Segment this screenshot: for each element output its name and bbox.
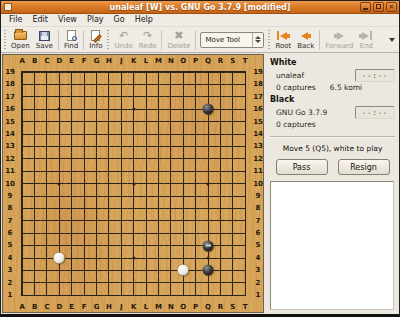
board-point-A19[interactable] [16, 66, 28, 78]
board-point-B4[interactable] [28, 252, 40, 264]
board-point-B9[interactable] [28, 190, 40, 202]
board-point-F17[interactable] [78, 91, 90, 103]
board-point-Q13[interactable] [202, 140, 214, 152]
board-point-C9[interactable] [41, 190, 53, 202]
board-point-S10[interactable] [227, 178, 239, 190]
board-point-C14[interactable] [41, 128, 53, 140]
board-point-B13[interactable] [28, 140, 40, 152]
board-point-P14[interactable] [189, 128, 201, 140]
board-point-K4[interactable] [128, 252, 140, 264]
board-point-E17[interactable] [66, 91, 78, 103]
board-point-C2[interactable] [41, 277, 53, 289]
board-point-D9[interactable] [53, 190, 65, 202]
board-point-M8[interactable] [152, 202, 164, 214]
board-point-H18[interactable] [103, 78, 115, 90]
board-point-Q2[interactable] [202, 277, 214, 289]
board-point-N6[interactable] [165, 227, 177, 239]
board-point-O17[interactable] [177, 91, 189, 103]
board-point-F10[interactable] [78, 178, 90, 190]
board-point-G11[interactable] [90, 165, 102, 177]
board-point-L19[interactable] [140, 66, 152, 78]
board-point-L16[interactable] [140, 103, 152, 115]
board-point-M6[interactable] [152, 227, 164, 239]
board-point-K14[interactable] [128, 128, 140, 140]
board-point-D10[interactable] [53, 178, 65, 190]
board-point-C16[interactable] [41, 103, 53, 115]
board-point-J17[interactable] [115, 91, 127, 103]
board-point-H16[interactable] [103, 103, 115, 115]
board-point-B1[interactable] [28, 289, 40, 301]
board-point-A5[interactable] [16, 239, 28, 251]
board-point-L5[interactable] [140, 239, 152, 251]
board-point-C4[interactable] [41, 252, 53, 264]
board-point-R6[interactable] [214, 227, 226, 239]
board-point-D3[interactable] [53, 264, 65, 276]
resign-button[interactable]: Resign [338, 159, 390, 175]
board-point-S13[interactable] [227, 140, 239, 152]
board-point-T1[interactable] [239, 289, 251, 301]
board-point-T17[interactable] [239, 91, 251, 103]
board-point-K3[interactable] [128, 264, 140, 276]
board-point-Q5[interactable] [202, 239, 214, 251]
board-point-A3[interactable] [16, 264, 28, 276]
board-point-Q4[interactable] [202, 252, 214, 264]
board-point-O7[interactable] [177, 215, 189, 227]
toolbar-drag-handle[interactable] [267, 30, 271, 50]
board-point-K5[interactable] [128, 239, 140, 251]
board-point-Q12[interactable] [202, 153, 214, 165]
board-point-J16[interactable] [115, 103, 127, 115]
board-point-P16[interactable] [189, 103, 201, 115]
board-point-C18[interactable] [41, 78, 53, 90]
board-point-G17[interactable] [90, 91, 102, 103]
board-point-O16[interactable] [177, 103, 189, 115]
save-button[interactable]: Save [33, 29, 56, 51]
board-point-T2[interactable] [239, 277, 251, 289]
board-point-A17[interactable] [16, 91, 28, 103]
board-point-F14[interactable] [78, 128, 90, 140]
board-point-Q17[interactable] [202, 91, 214, 103]
board-point-B3[interactable] [28, 264, 40, 276]
board-point-J8[interactable] [115, 202, 127, 214]
board-point-M5[interactable] [152, 239, 164, 251]
board-point-A9[interactable] [16, 190, 28, 202]
board-point-T15[interactable] [239, 116, 251, 128]
board-point-B5[interactable] [28, 239, 40, 251]
board-point-E15[interactable] [66, 116, 78, 128]
toolbar-overflow-icon[interactable] [389, 38, 395, 45]
board-point-O13[interactable] [177, 140, 189, 152]
board-point-B17[interactable] [28, 91, 40, 103]
board-point-O15[interactable] [177, 116, 189, 128]
board-point-L6[interactable] [140, 227, 152, 239]
board-point-C13[interactable] [41, 140, 53, 152]
board-point-C8[interactable] [41, 202, 53, 214]
board-point-S14[interactable] [227, 128, 239, 140]
board-point-N9[interactable] [165, 190, 177, 202]
board-point-C15[interactable] [41, 116, 53, 128]
board-point-L1[interactable] [140, 289, 152, 301]
board-point-F1[interactable] [78, 289, 90, 301]
board-point-E7[interactable] [66, 215, 78, 227]
forward-button[interactable]: Forward [322, 29, 356, 51]
board-point-G3[interactable] [90, 264, 102, 276]
board-point-N12[interactable] [165, 153, 177, 165]
maximize-button[interactable] [373, 2, 384, 12]
board-point-G9[interactable] [90, 190, 102, 202]
board-point-G19[interactable] [90, 66, 102, 78]
minimize-button[interactable] [360, 2, 371, 12]
board-point-K9[interactable] [128, 190, 140, 202]
board-point-C3[interactable] [41, 264, 53, 276]
board-point-E9[interactable] [66, 190, 78, 202]
board-point-E3[interactable] [66, 264, 78, 276]
board-point-H5[interactable] [103, 239, 115, 251]
board-point-E19[interactable] [66, 66, 78, 78]
board-point-N13[interactable] [165, 140, 177, 152]
board-point-G10[interactable] [90, 178, 102, 190]
board-point-Q1[interactable] [202, 289, 214, 301]
board-point-D7[interactable] [53, 215, 65, 227]
board-point-A14[interactable] [16, 128, 28, 140]
board-point-G8[interactable] [90, 202, 102, 214]
board-point-S1[interactable] [227, 289, 239, 301]
tool-selector-dropdown[interactable]: Move Tool [200, 32, 264, 48]
board-point-S15[interactable] [227, 116, 239, 128]
board-point-M9[interactable] [152, 190, 164, 202]
board-point-H2[interactable] [103, 277, 115, 289]
board-point-O14[interactable] [177, 128, 189, 140]
board-point-L15[interactable] [140, 116, 152, 128]
board-point-B11[interactable] [28, 165, 40, 177]
board-point-K12[interactable] [128, 153, 140, 165]
board-point-J6[interactable] [115, 227, 127, 239]
board-point-H6[interactable] [103, 227, 115, 239]
board-point-T4[interactable] [239, 252, 251, 264]
board-point-K8[interactable] [128, 202, 140, 214]
board-point-P10[interactable] [189, 178, 201, 190]
board-point-G7[interactable] [90, 215, 102, 227]
board-point-D18[interactable] [53, 78, 65, 90]
board-point-D12[interactable] [53, 153, 65, 165]
board-point-L12[interactable] [140, 153, 152, 165]
board-point-B12[interactable] [28, 153, 40, 165]
board-point-D1[interactable] [53, 289, 65, 301]
board-point-F4[interactable] [78, 252, 90, 264]
board-point-R11[interactable] [214, 165, 226, 177]
board-point-R19[interactable] [214, 66, 226, 78]
menu-item-view[interactable]: View [53, 14, 82, 26]
board-point-S5[interactable] [227, 239, 239, 251]
board-point-O9[interactable] [177, 190, 189, 202]
board-point-B10[interactable] [28, 178, 40, 190]
board-point-G4[interactable] [90, 252, 102, 264]
board-point-H15[interactable] [103, 116, 115, 128]
board-point-P11[interactable] [189, 165, 201, 177]
board-point-F2[interactable] [78, 277, 90, 289]
board-point-R18[interactable] [214, 78, 226, 90]
board-point-E2[interactable] [66, 277, 78, 289]
board-point-F15[interactable] [78, 116, 90, 128]
board-point-P19[interactable] [189, 66, 201, 78]
back-button[interactable]: Back [294, 29, 317, 51]
board-point-T16[interactable] [239, 103, 251, 115]
board-point-A11[interactable] [16, 165, 28, 177]
board-point-C6[interactable] [41, 227, 53, 239]
board-point-H1[interactable] [103, 289, 115, 301]
board-point-N15[interactable] [165, 116, 177, 128]
board-point-P7[interactable] [189, 215, 201, 227]
board-point-C1[interactable] [41, 289, 53, 301]
board-point-S18[interactable] [227, 78, 239, 90]
board-point-T14[interactable] [239, 128, 251, 140]
board-point-P3[interactable] [189, 264, 201, 276]
board-point-T9[interactable] [239, 190, 251, 202]
board-point-P17[interactable] [189, 91, 201, 103]
board-point-R16[interactable] [214, 103, 226, 115]
board-point-Q7[interactable] [202, 215, 214, 227]
board-point-D16[interactable] [53, 103, 65, 115]
board-point-A6[interactable] [16, 227, 28, 239]
board-point-D4[interactable] [53, 252, 65, 264]
board-point-A18[interactable] [16, 78, 28, 90]
board-point-F9[interactable] [78, 190, 90, 202]
board-point-M14[interactable] [152, 128, 164, 140]
board-point-H12[interactable] [103, 153, 115, 165]
board-point-O18[interactable] [177, 78, 189, 90]
board-point-R8[interactable] [214, 202, 226, 214]
board-point-K1[interactable] [128, 289, 140, 301]
board-point-F5[interactable] [78, 239, 90, 251]
board-point-O4[interactable] [177, 252, 189, 264]
board-point-E1[interactable] [66, 289, 78, 301]
board-point-B2[interactable] [28, 277, 40, 289]
board-point-F6[interactable] [78, 227, 90, 239]
board-point-M7[interactable] [152, 215, 164, 227]
board-point-H8[interactable] [103, 202, 115, 214]
board-point-N3[interactable] [165, 264, 177, 276]
board-point-Q16[interactable] [202, 103, 214, 115]
board-point-E6[interactable] [66, 227, 78, 239]
board-point-A12[interactable] [16, 153, 28, 165]
board-point-D19[interactable] [53, 66, 65, 78]
board-point-H17[interactable] [103, 91, 115, 103]
menu-item-edit[interactable]: Edit [27, 14, 53, 26]
board-point-C12[interactable] [41, 153, 53, 165]
board-point-G13[interactable] [90, 140, 102, 152]
board-point-M1[interactable] [152, 289, 164, 301]
board-point-H7[interactable] [103, 215, 115, 227]
board-point-B14[interactable] [28, 128, 40, 140]
board-point-D6[interactable] [53, 227, 65, 239]
board-point-N17[interactable] [165, 91, 177, 103]
board-point-E13[interactable] [66, 140, 78, 152]
board-point-Q3[interactable] [202, 264, 214, 276]
board-point-E5[interactable] [66, 239, 78, 251]
delete-button[interactable]: ✖ Delete [164, 29, 193, 51]
board-point-F11[interactable] [78, 165, 90, 177]
board-point-P9[interactable] [189, 190, 201, 202]
board-point-S4[interactable] [227, 252, 239, 264]
board-point-D14[interactable] [53, 128, 65, 140]
board-point-S11[interactable] [227, 165, 239, 177]
board-point-L8[interactable] [140, 202, 152, 214]
board-point-M13[interactable] [152, 140, 164, 152]
board-point-B6[interactable] [28, 227, 40, 239]
board-point-J12[interactable] [115, 153, 127, 165]
board-point-J18[interactable] [115, 78, 127, 90]
board-point-B18[interactable] [28, 78, 40, 90]
board-point-M2[interactable] [152, 277, 164, 289]
board-point-L9[interactable] [140, 190, 152, 202]
board-point-N19[interactable] [165, 66, 177, 78]
board-point-L7[interactable] [140, 215, 152, 227]
board-point-H19[interactable] [103, 66, 115, 78]
board-point-P15[interactable] [189, 116, 201, 128]
board-point-G2[interactable] [90, 277, 102, 289]
board-point-K13[interactable] [128, 140, 140, 152]
board-point-J19[interactable] [115, 66, 127, 78]
board-point-H13[interactable] [103, 140, 115, 152]
board-point-E4[interactable] [66, 252, 78, 264]
board-point-H4[interactable] [103, 252, 115, 264]
board-point-A4[interactable] [16, 252, 28, 264]
board-point-L17[interactable] [140, 91, 152, 103]
board-point-O1[interactable] [177, 289, 189, 301]
board-point-L4[interactable] [140, 252, 152, 264]
board-point-O19[interactable] [177, 66, 189, 78]
board-point-D11[interactable] [53, 165, 65, 177]
board-point-T18[interactable] [239, 78, 251, 90]
board-point-G18[interactable] [90, 78, 102, 90]
board-point-T11[interactable] [239, 165, 251, 177]
board-point-J7[interactable] [115, 215, 127, 227]
board-point-J4[interactable] [115, 252, 127, 264]
board-point-J5[interactable] [115, 239, 127, 251]
board-point-M11[interactable] [152, 165, 164, 177]
board-point-R12[interactable] [214, 153, 226, 165]
board-point-R1[interactable] [214, 289, 226, 301]
board-point-E8[interactable] [66, 202, 78, 214]
board-point-S16[interactable] [227, 103, 239, 115]
board-point-G12[interactable] [90, 153, 102, 165]
board-point-C7[interactable] [41, 215, 53, 227]
board-point-K7[interactable] [128, 215, 140, 227]
board-point-E10[interactable] [66, 178, 78, 190]
redo-button[interactable]: ↷ Redo [136, 29, 160, 51]
board-point-L2[interactable] [140, 277, 152, 289]
board-point-L3[interactable] [140, 264, 152, 276]
board-point-G6[interactable] [90, 227, 102, 239]
board-point-F3[interactable] [78, 264, 90, 276]
board-point-S8[interactable] [227, 202, 239, 214]
board-point-M16[interactable] [152, 103, 164, 115]
board-point-J15[interactable] [115, 116, 127, 128]
board-point-K2[interactable] [128, 277, 140, 289]
board-point-P4[interactable] [189, 252, 201, 264]
board-point-N14[interactable] [165, 128, 177, 140]
board-point-P12[interactable] [189, 153, 201, 165]
board-point-G16[interactable] [90, 103, 102, 115]
board-point-J10[interactable] [115, 178, 127, 190]
board-point-A16[interactable] [16, 103, 28, 115]
board-point-F18[interactable] [78, 78, 90, 90]
board-point-J1[interactable] [115, 289, 127, 301]
board-point-K18[interactable] [128, 78, 140, 90]
board-point-T5[interactable] [239, 239, 251, 251]
board-point-M17[interactable] [152, 91, 164, 103]
board-point-Q8[interactable] [202, 202, 214, 214]
board-point-N1[interactable] [165, 289, 177, 301]
board-point-R14[interactable] [214, 128, 226, 140]
board-point-O8[interactable] [177, 202, 189, 214]
board-point-O5[interactable] [177, 239, 189, 251]
find-button[interactable]: Find [61, 29, 81, 51]
board-point-B16[interactable] [28, 103, 40, 115]
board-point-A8[interactable] [16, 202, 28, 214]
board-point-A2[interactable] [16, 277, 28, 289]
board-point-S17[interactable] [227, 91, 239, 103]
board-point-O2[interactable] [177, 277, 189, 289]
board-point-B8[interactable] [28, 202, 40, 214]
board-point-K15[interactable] [128, 116, 140, 128]
board-point-N18[interactable] [165, 78, 177, 90]
board-point-N2[interactable] [165, 277, 177, 289]
board-point-N7[interactable] [165, 215, 177, 227]
board-point-B7[interactable] [28, 215, 40, 227]
board-point-O12[interactable] [177, 153, 189, 165]
board-point-Q11[interactable] [202, 165, 214, 177]
board-point-L14[interactable] [140, 128, 152, 140]
board-point-S7[interactable] [227, 215, 239, 227]
board-point-G5[interactable] [90, 239, 102, 251]
board-point-L18[interactable] [140, 78, 152, 90]
board-point-H3[interactable] [103, 264, 115, 276]
board-point-D17[interactable] [53, 91, 65, 103]
board-point-E11[interactable] [66, 165, 78, 177]
board-point-P6[interactable] [189, 227, 201, 239]
board-point-R7[interactable] [214, 215, 226, 227]
board-point-P5[interactable] [189, 239, 201, 251]
board-point-N4[interactable] [165, 252, 177, 264]
board-point-O11[interactable] [177, 165, 189, 177]
board-point-T19[interactable] [239, 66, 251, 78]
board-point-M4[interactable] [152, 252, 164, 264]
board-point-P18[interactable] [189, 78, 201, 90]
board-point-J11[interactable] [115, 165, 127, 177]
toolbar-drag-handle[interactable] [106, 30, 110, 50]
board-point-K6[interactable] [128, 227, 140, 239]
board-point-J13[interactable] [115, 140, 127, 152]
board-point-D8[interactable] [53, 202, 65, 214]
board-point-N10[interactable] [165, 178, 177, 190]
board-point-D2[interactable] [53, 277, 65, 289]
board-point-E14[interactable] [66, 128, 78, 140]
board-point-T3[interactable] [239, 264, 251, 276]
board-point-A13[interactable] [16, 140, 28, 152]
board-point-K16[interactable] [128, 103, 140, 115]
board-point-S9[interactable] [227, 190, 239, 202]
goto-end-button[interactable]: End [356, 29, 376, 51]
board-point-T13[interactable] [239, 140, 251, 152]
board-point-L11[interactable] [140, 165, 152, 177]
board-point-M15[interactable] [152, 116, 164, 128]
board-point-R13[interactable] [214, 140, 226, 152]
board-point-G14[interactable] [90, 128, 102, 140]
board-point-O10[interactable] [177, 178, 189, 190]
board-point-J3[interactable] [115, 264, 127, 276]
board-point-A1[interactable] [16, 289, 28, 301]
